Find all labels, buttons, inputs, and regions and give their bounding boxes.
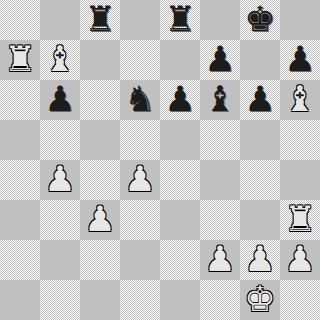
black-rook[interactable]: ♜ [84,0,115,39]
square-c6[interactable] [80,80,120,120]
square-a5[interactable] [0,120,40,160]
white-bishop[interactable]: ♝ [44,40,75,79]
square-b1[interactable] [40,280,80,320]
square-h6[interactable]: ♝ [280,80,320,120]
square-h8[interactable] [280,0,320,40]
square-c7[interactable] [80,40,120,80]
square-h4[interactable] [280,160,320,200]
black-rook[interactable]: ♜ [164,0,195,39]
square-a2[interactable] [0,240,40,280]
square-a7[interactable]: ♜ [0,40,40,80]
black-pawn[interactable]: ♟ [244,80,275,119]
black-pawn[interactable]: ♟ [44,80,75,119]
square-e3[interactable] [160,200,200,240]
square-f5[interactable] [200,120,240,160]
square-f3[interactable] [200,200,240,240]
square-e1[interactable] [160,280,200,320]
square-d4[interactable]: ♟ [120,160,160,200]
square-h7[interactable]: ♟ [280,40,320,80]
square-a3[interactable] [0,200,40,240]
square-c2[interactable] [80,240,120,280]
white-king[interactable]: ♚ [244,280,275,319]
white-pawn[interactable]: ♟ [244,240,275,279]
square-b6[interactable]: ♟ [40,80,80,120]
square-a6[interactable] [0,80,40,120]
square-c8[interactable]: ♜ [80,0,120,40]
square-a8[interactable] [0,0,40,40]
square-b3[interactable] [40,200,80,240]
square-d8[interactable] [120,0,160,40]
square-h3[interactable]: ♜ [280,200,320,240]
square-e7[interactable] [160,40,200,80]
square-h1[interactable] [280,280,320,320]
white-bishop[interactable]: ♝ [284,80,315,119]
black-pawn[interactable]: ♟ [284,40,315,79]
square-d1[interactable] [120,280,160,320]
white-rook[interactable]: ♜ [284,200,315,239]
square-d2[interactable] [120,240,160,280]
square-g2[interactable]: ♟ [240,240,280,280]
square-a4[interactable] [0,160,40,200]
square-e6[interactable]: ♟ [160,80,200,120]
square-g3[interactable] [240,200,280,240]
square-b4[interactable]: ♟ [40,160,80,200]
square-e8[interactable]: ♜ [160,0,200,40]
square-a1[interactable] [0,280,40,320]
square-d6[interactable]: ♞ [120,80,160,120]
square-c3[interactable]: ♟ [80,200,120,240]
square-e2[interactable] [160,240,200,280]
square-g1[interactable]: ♚ [240,280,280,320]
square-f7[interactable]: ♟ [200,40,240,80]
white-pawn[interactable]: ♟ [124,160,155,199]
square-e5[interactable] [160,120,200,160]
square-f8[interactable] [200,0,240,40]
square-d7[interactable] [120,40,160,80]
square-b7[interactable]: ♝ [40,40,80,80]
white-pawn[interactable]: ♟ [204,240,235,279]
square-f6[interactable]: ♝ [200,80,240,120]
square-b5[interactable] [40,120,80,160]
square-h5[interactable] [280,120,320,160]
square-f1[interactable] [200,280,240,320]
square-b8[interactable] [40,0,80,40]
square-c1[interactable] [80,280,120,320]
square-h2[interactable]: ♟ [280,240,320,280]
square-d5[interactable] [120,120,160,160]
white-rook[interactable]: ♜ [4,40,35,79]
black-knight[interactable]: ♞ [124,80,155,119]
white-pawn[interactable]: ♟ [284,240,315,279]
square-f2[interactable]: ♟ [200,240,240,280]
square-d3[interactable] [120,200,160,240]
black-bishop[interactable]: ♝ [204,80,235,119]
square-g5[interactable] [240,120,280,160]
square-e4[interactable] [160,160,200,200]
square-g7[interactable] [240,40,280,80]
white-pawn[interactable]: ♟ [84,200,115,239]
white-pawn[interactable]: ♟ [44,160,75,199]
black-pawn[interactable]: ♟ [164,80,195,119]
square-g8[interactable]: ♚ [240,0,280,40]
chess-board: ♜♜♚♜♝♟♟♟♞♟♝♟♝♟♟♟♜♟♟♟♚ [0,0,320,320]
square-f4[interactable] [200,160,240,200]
black-pawn[interactable]: ♟ [204,40,235,79]
black-king[interactable]: ♚ [244,0,275,39]
square-b2[interactable] [40,240,80,280]
square-g6[interactable]: ♟ [240,80,280,120]
square-c4[interactable] [80,160,120,200]
square-g4[interactable] [240,160,280,200]
square-c5[interactable] [80,120,120,160]
